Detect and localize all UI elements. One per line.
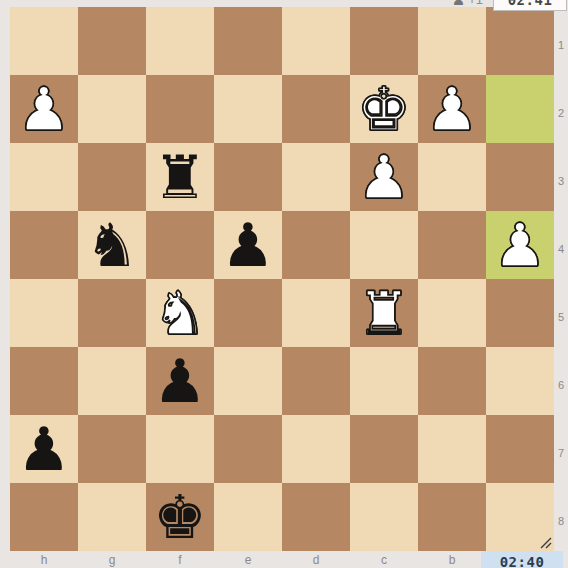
- square-f2[interactable]: [146, 75, 214, 143]
- rank-label-2: 2: [554, 75, 568, 143]
- captured-pawn-icon: ♟: [452, 0, 465, 11]
- top-player-hud: ♟ +1 02:41: [452, 0, 567, 11]
- piece-white-rook[interactable]: ♜: [350, 279, 418, 347]
- square-h7[interactable]: ♟: [10, 415, 78, 483]
- square-e6[interactable]: [214, 347, 282, 415]
- square-g6[interactable]: [78, 347, 146, 415]
- square-a1[interactable]: [486, 7, 554, 75]
- piece-black-king[interactable]: ♚: [146, 483, 214, 551]
- piece-white-pawn[interactable]: ♟: [350, 143, 418, 211]
- square-h2[interactable]: ♟: [10, 75, 78, 143]
- square-c1[interactable]: [350, 7, 418, 75]
- piece-white-pawn[interactable]: ♟: [10, 75, 78, 143]
- square-h5[interactable]: [10, 279, 78, 347]
- square-f8[interactable]: ♚: [146, 483, 214, 551]
- piece-white-pawn[interactable]: ♟: [418, 75, 486, 143]
- square-b3[interactable]: [418, 143, 486, 211]
- piece-black-pawn[interactable]: ♟: [10, 415, 78, 483]
- square-b2[interactable]: ♟: [418, 75, 486, 143]
- square-g5[interactable]: [78, 279, 146, 347]
- square-d6[interactable]: [282, 347, 350, 415]
- square-f5[interactable]: ♞: [146, 279, 214, 347]
- square-c7[interactable]: [350, 415, 418, 483]
- square-a5[interactable]: [486, 279, 554, 347]
- rank-label-4: 4: [554, 211, 568, 279]
- square-d5[interactable]: [282, 279, 350, 347]
- piece-white-king[interactable]: ♚: [350, 75, 418, 143]
- bottom-player-clock: 02:40: [481, 551, 563, 568]
- square-h1[interactable]: [10, 7, 78, 75]
- square-g7[interactable]: [78, 415, 146, 483]
- rank-label-8: 8: [554, 483, 568, 551]
- square-h6[interactable]: [10, 347, 78, 415]
- file-label-b: b: [418, 551, 486, 568]
- square-c4[interactable]: [350, 211, 418, 279]
- rank-label-5: 5: [554, 279, 568, 347]
- square-f3[interactable]: ♜: [146, 143, 214, 211]
- square-h8[interactable]: [10, 483, 78, 551]
- square-d1[interactable]: [282, 7, 350, 75]
- piece-black-knight[interactable]: ♞: [78, 211, 146, 279]
- square-g1[interactable]: [78, 7, 146, 75]
- file-label-g: g: [78, 551, 146, 568]
- square-c2[interactable]: ♚: [350, 75, 418, 143]
- square-f4[interactable]: [146, 211, 214, 279]
- square-g4[interactable]: ♞: [78, 211, 146, 279]
- square-a6[interactable]: [486, 347, 554, 415]
- rank-label-6: 6: [554, 347, 568, 415]
- square-a3[interactable]: [486, 143, 554, 211]
- square-e7[interactable]: [214, 415, 282, 483]
- file-label-e: e: [214, 551, 282, 568]
- chess-board[interactable]: ♟♚♟♜♟♞♟♟♞♜♟♟♚: [10, 7, 554, 551]
- piece-black-pawn[interactable]: ♟: [146, 347, 214, 415]
- square-g3[interactable]: [78, 143, 146, 211]
- file-labels: hgfedcba: [10, 551, 554, 568]
- square-b4[interactable]: [418, 211, 486, 279]
- square-d8[interactable]: [282, 483, 350, 551]
- game-screen: ♟♚♟♜♟♞♟♟♞♜♟♟♚ 12345678 hgfedcba ♟ +1 02:…: [0, 0, 568, 568]
- square-c5[interactable]: ♜: [350, 279, 418, 347]
- square-b1[interactable]: [418, 7, 486, 75]
- square-f6[interactable]: ♟: [146, 347, 214, 415]
- square-c6[interactable]: [350, 347, 418, 415]
- square-f7[interactable]: [146, 415, 214, 483]
- square-e5[interactable]: [214, 279, 282, 347]
- square-e8[interactable]: [214, 483, 282, 551]
- file-label-f: f: [146, 551, 214, 568]
- square-b6[interactable]: [418, 347, 486, 415]
- board-resize-handle[interactable]: [539, 536, 553, 550]
- piece-white-pawn[interactable]: ♟: [486, 211, 554, 279]
- square-e4[interactable]: ♟: [214, 211, 282, 279]
- square-b7[interactable]: [418, 415, 486, 483]
- file-label-h: h: [10, 551, 78, 568]
- square-d2[interactable]: [282, 75, 350, 143]
- material-advantage: +1: [468, 0, 483, 11]
- square-d7[interactable]: [282, 415, 350, 483]
- square-h4[interactable]: [10, 211, 78, 279]
- square-a2[interactable]: [486, 75, 554, 143]
- piece-black-pawn[interactable]: ♟: [214, 211, 282, 279]
- top-player-clock: 02:41: [493, 0, 567, 11]
- square-d3[interactable]: [282, 143, 350, 211]
- rank-labels: 12345678: [554, 7, 568, 551]
- square-e2[interactable]: [214, 75, 282, 143]
- square-d4[interactable]: [282, 211, 350, 279]
- square-g2[interactable]: [78, 75, 146, 143]
- square-g8[interactable]: [78, 483, 146, 551]
- square-a7[interactable]: [486, 415, 554, 483]
- square-e1[interactable]: [214, 7, 282, 75]
- piece-black-rook[interactable]: ♜: [146, 143, 214, 211]
- square-c3[interactable]: ♟: [350, 143, 418, 211]
- square-a4[interactable]: ♟: [486, 211, 554, 279]
- piece-white-knight[interactable]: ♞: [146, 279, 214, 347]
- rank-label-3: 3: [554, 143, 568, 211]
- square-c8[interactable]: [350, 483, 418, 551]
- square-f1[interactable]: [146, 7, 214, 75]
- square-b8[interactable]: [418, 483, 486, 551]
- rank-label-1: 1: [554, 7, 568, 75]
- file-label-c: c: [350, 551, 418, 568]
- square-h3[interactable]: [10, 143, 78, 211]
- file-label-d: d: [282, 551, 350, 568]
- square-b5[interactable]: [418, 279, 486, 347]
- rank-label-7: 7: [554, 415, 568, 483]
- square-e3[interactable]: [214, 143, 282, 211]
